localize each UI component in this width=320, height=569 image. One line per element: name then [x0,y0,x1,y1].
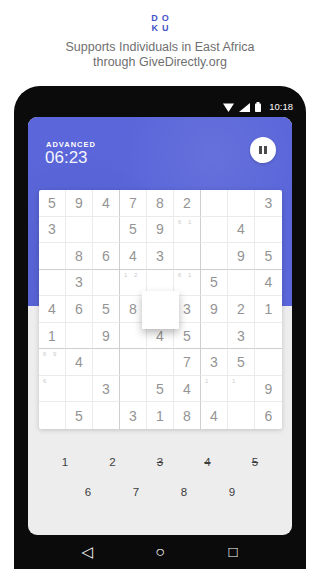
cell-r5c2[interactable]: 6 [66,296,93,323]
cell-r2c7[interactable] [201,217,228,244]
cell-r5c9[interactable]: 1 [255,296,282,323]
cell-r5c7[interactable]: 9 [201,296,228,323]
home-icon[interactable]: ○ [152,544,168,560]
cell-r3c7[interactable] [201,243,228,270]
numpad-9[interactable]: 9 [217,477,247,507]
recents-icon[interactable]: □ [225,544,241,560]
cell-r1c1[interactable]: 5 [39,190,66,217]
cell-r8c4[interactable] [120,376,147,403]
cell-r6c2[interactable] [66,323,93,350]
phone-frame: 10:18 ADVANCED 06:23 59478233596 1486439… [14,86,306,569]
status-time: 10:18 [269,102,293,112]
cell-r7c9[interactable] [255,349,282,376]
selected-cell[interactable] [142,291,179,329]
cell-r4c7[interactable]: 5 [201,270,228,297]
cell-r7c2[interactable]: 4 [66,349,93,376]
cell-r9c9[interactable]: 6 [255,402,282,429]
numpad-3[interactable]: 3 [145,447,175,477]
cell-r6c7[interactable] [201,323,228,350]
number-pad: 12345 6789 [28,447,292,507]
cell-r9c8[interactable] [228,402,255,429]
cell-r7c4[interactable] [120,349,147,376]
cell-r7c3[interactable] [93,349,120,376]
cell-r6c8[interactable]: 3 [228,323,255,350]
cell-r5c1[interactable]: 4 [39,296,66,323]
cell-r9c4[interactable]: 3 [120,402,147,429]
sudoku-board: 59478233596 1486439531 26 15446583921194… [39,190,282,429]
cell-r3c5[interactable]: 3 [147,243,174,270]
pencil-marks: 6 1 [178,272,194,278]
battery-icon [255,102,261,112]
cell-r7c7[interactable]: 3 [201,349,228,376]
numpad-1[interactable]: 1 [50,447,80,477]
brand-header: DO KU Supports Individuals in East Afric… [0,0,320,86]
numpad-6[interactable]: 6 [73,477,103,507]
pencil-marks: 1 [205,378,211,384]
cell-r9c7[interactable]: 4 [201,402,228,429]
cell-r6c1[interactable]: 1 [39,323,66,350]
cell-r2c3[interactable] [93,217,120,244]
app-logo: DO KU [0,13,320,33]
cell-r4c1[interactable] [39,270,66,297]
cell-r2c6[interactable]: 6 1 [174,217,201,244]
app-screen: ADVANCED 06:23 59478233596 1486439531 26… [28,117,292,535]
cell-r2c4[interactable]: 5 [120,217,147,244]
cell-r8c8[interactable]: 1 [228,376,255,403]
number-pad-row-2: 6789 [28,477,292,507]
cell-r2c8[interactable]: 4 [228,217,255,244]
numpad-7[interactable]: 7 [121,477,151,507]
pencil-marks: 6 1 [178,219,194,225]
cell-r8c5[interactable]: 5 [147,376,174,403]
numpad-5[interactable]: 5 [240,447,270,477]
cell-r1c3[interactable]: 4 [93,190,120,217]
cell-r4c3[interactable] [93,270,120,297]
cell-r4c8[interactable] [228,270,255,297]
cell-r7c8[interactable]: 5 [228,349,255,376]
cell-r4c9[interactable]: 4 [255,270,282,297]
cell-r3c3[interactable]: 6 [93,243,120,270]
tagline-line1: Supports Individuals in East Africa [0,40,320,55]
back-icon[interactable]: ◁ [79,544,95,560]
tagline-line2: through GiveDirectly.org [0,55,320,70]
pause-icon [259,146,262,154]
numpad-2[interactable]: 2 [98,447,128,477]
numpad-4[interactable]: 4 [193,447,223,477]
wifi-icon [223,103,234,112]
cell-r2c5[interactable]: 9 [147,217,174,244]
cell-r2c1[interactable]: 3 [39,217,66,244]
logo-line1: DO [0,13,320,23]
cell-r1c5[interactable]: 8 [147,190,174,217]
numpad-8[interactable]: 8 [169,477,199,507]
cell-r5c3[interactable]: 5 [93,296,120,323]
cell-r1c6[interactable]: 2 [174,190,201,217]
cell-r4c2[interactable]: 3 [66,270,93,297]
cell-r3c4[interactable]: 4 [120,243,147,270]
cell-r9c5[interactable]: 1 [147,402,174,429]
pencil-marks: 6 [43,378,49,384]
pause-button[interactable] [250,137,276,163]
cell-r8c1[interactable]: 6 [39,376,66,403]
android-nav-bar: ◁ ○ □ [14,535,306,569]
cell-r8c3[interactable]: 3 [93,376,120,403]
cell-r1c8[interactable] [228,190,255,217]
cell-r9c1[interactable] [39,402,66,429]
status-bar: 10:18 [14,86,306,117]
logo-line2: KU [0,23,320,33]
pencil-marks: 1 [232,378,238,384]
cell-r9c6[interactable]: 8 [174,402,201,429]
pencil-marks: 1 2 [124,272,140,278]
cell-r3c8[interactable]: 9 [228,243,255,270]
cell-r8c6[interactable]: 4 [174,376,201,403]
cell-r7c1[interactable]: 6 9 [39,349,66,376]
cell-r6c3[interactable]: 9 [93,323,120,350]
cell-r3c2[interactable]: 8 [66,243,93,270]
cell-r3c9[interactable]: 5 [255,243,282,270]
cell-r7c6[interactable]: 7 [174,349,201,376]
timer-label: 06:23 [45,148,88,168]
cell-r2c9[interactable] [255,217,282,244]
pause-icon [264,146,267,154]
cell-r7c5[interactable] [147,349,174,376]
cell-r8c9[interactable]: 9 [255,376,282,403]
cell-r9c2[interactable]: 5 [66,402,93,429]
cell-r3c1[interactable] [39,243,66,270]
cell-r1c4[interactable]: 7 [120,190,147,217]
tagline: Supports Individuals in East Africa thro… [0,40,320,70]
cell-r1c9[interactable]: 3 [255,190,282,217]
cell-r8c2[interactable] [66,376,93,403]
cell-signal-icon [239,103,250,112]
cell-r6c9[interactable] [255,323,282,350]
cell-r8c7[interactable]: 1 [201,376,228,403]
number-pad-row-1: 12345 [28,447,292,477]
cell-r3c6[interactable] [174,243,201,270]
cell-r1c7[interactable] [201,190,228,217]
cell-r1c2[interactable]: 9 [66,190,93,217]
pencil-marks: 6 9 [43,351,59,357]
cell-r9c3[interactable] [93,402,120,429]
cell-r2c2[interactable] [66,217,93,244]
cell-r5c8[interactable]: 2 [228,296,255,323]
